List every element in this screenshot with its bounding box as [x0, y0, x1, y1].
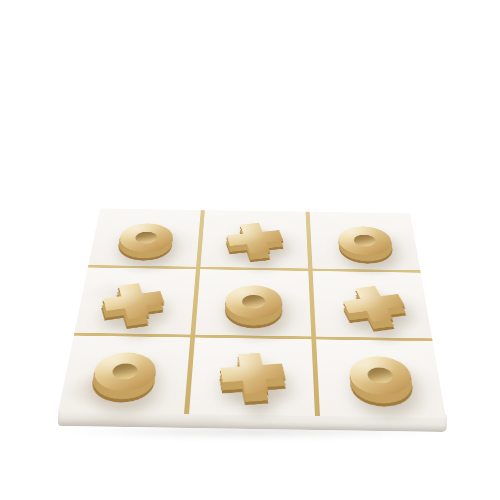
- cell-2-1[interactable]: [189, 337, 315, 416]
- o-glyph: [337, 226, 393, 256]
- product-photo-scene: [0, 0, 500, 500]
- cell-2-0[interactable]: [58, 336, 190, 414]
- piece-o[interactable]: [91, 352, 158, 392]
- x-glyph: [100, 281, 168, 322]
- cell-0-2[interactable]: [310, 212, 421, 270]
- piece-o[interactable]: [117, 223, 174, 253]
- piece-o[interactable]: [348, 356, 414, 396]
- cell-2-2[interactable]: [316, 339, 446, 418]
- cell-1-0[interactable]: [74, 267, 196, 334]
- cell-0-1[interactable]: [200, 210, 308, 268]
- o-glyph: [91, 352, 158, 392]
- x-glyph: [223, 221, 287, 255]
- piece-x[interactable]: [101, 284, 165, 319]
- x-glyph: [218, 351, 289, 395]
- cell-1-1[interactable]: [195, 269, 311, 336]
- o-glyph: [117, 223, 174, 253]
- piece-x[interactable]: [220, 353, 285, 394]
- piece-x[interactable]: [227, 223, 283, 253]
- cell-1-2[interactable]: [313, 271, 433, 338]
- piece-x[interactable]: [343, 286, 406, 321]
- tic-tac-toe-board: [58, 209, 446, 418]
- x-glyph: [337, 284, 411, 325]
- piece-o[interactable]: [225, 285, 283, 319]
- o-glyph: [348, 356, 414, 396]
- piece-o[interactable]: [337, 226, 393, 256]
- o-glyph: [225, 285, 283, 319]
- cell-0-0[interactable]: [88, 209, 200, 267]
